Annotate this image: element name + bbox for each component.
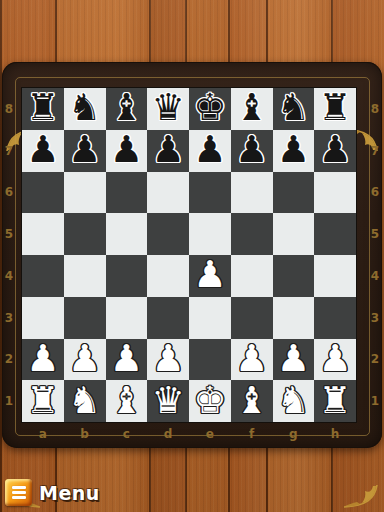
piece-white-pawn[interactable]: ♟: [277, 340, 310, 377]
square-f4[interactable]: [231, 255, 273, 297]
piece-white-king[interactable]: ♚: [193, 382, 226, 419]
piece-white-knight[interactable]: ♞: [68, 382, 101, 419]
square-e5[interactable]: [189, 213, 231, 255]
rank-label-left-2: 2: [1, 339, 17, 381]
piece-white-pawn[interactable]: ♟: [235, 340, 268, 377]
piece-black-pawn[interactable]: ♟: [319, 131, 352, 168]
piece-white-bishop[interactable]: ♝: [110, 382, 143, 419]
rank-labels-right: 87654321: [367, 88, 383, 422]
piece-black-pawn[interactable]: ♟: [110, 131, 143, 168]
rank-label-left-4: 4: [1, 255, 17, 297]
square-e8[interactable]: ♚: [189, 88, 231, 130]
hamburger-menu-icon[interactable]: [5, 479, 32, 506]
file-label-c: c: [106, 426, 148, 442]
square-b3[interactable]: [64, 297, 106, 339]
square-a5[interactable]: [22, 213, 64, 255]
square-d5[interactable]: [147, 213, 189, 255]
square-e7[interactable]: ♟: [189, 130, 231, 172]
square-c3[interactable]: [106, 297, 148, 339]
rank-label-right-7: 7: [367, 130, 383, 172]
piece-white-pawn[interactable]: ♟: [26, 340, 59, 377]
piece-black-pawn[interactable]: ♟: [193, 131, 226, 168]
piece-white-rook[interactable]: ♜: [26, 382, 59, 419]
square-f5[interactable]: [231, 213, 273, 255]
square-g2[interactable]: ♟: [273, 339, 315, 381]
square-c4[interactable]: [106, 255, 148, 297]
square-d7[interactable]: ♟: [147, 130, 189, 172]
piece-black-pawn[interactable]: ♟: [152, 131, 185, 168]
square-c6[interactable]: [106, 172, 148, 214]
piece-black-pawn[interactable]: ♟: [235, 131, 268, 168]
rank-label-left-7: 7: [1, 130, 17, 172]
file-labels: abcdefgh: [22, 426, 356, 442]
square-c2[interactable]: ♟: [106, 339, 148, 381]
square-g1[interactable]: ♞: [273, 380, 315, 422]
piece-black-king[interactable]: ♚: [193, 89, 226, 126]
square-h2[interactable]: ♟: [314, 339, 356, 381]
rank-labels-left: 87654321: [1, 88, 17, 422]
square-d6[interactable]: [147, 172, 189, 214]
square-e6[interactable]: [189, 172, 231, 214]
piece-white-pawn[interactable]: ♟: [152, 340, 185, 377]
square-h8[interactable]: ♜: [314, 88, 356, 130]
square-h4[interactable]: [314, 255, 356, 297]
square-d4[interactable]: [147, 255, 189, 297]
rank-label-left-5: 5: [1, 213, 17, 255]
square-c1[interactable]: ♝: [106, 380, 148, 422]
square-a7[interactable]: ♟: [22, 130, 64, 172]
square-f8[interactable]: ♝: [231, 88, 273, 130]
rank-label-left-1: 1: [1, 380, 17, 422]
square-b5[interactable]: [64, 213, 106, 255]
square-e4[interactable]: ♟: [189, 255, 231, 297]
square-d2[interactable]: ♟: [147, 339, 189, 381]
square-c7[interactable]: ♟: [106, 130, 148, 172]
square-b4[interactable]: [64, 255, 106, 297]
square-f3[interactable]: [231, 297, 273, 339]
piece-white-pawn[interactable]: ♟: [319, 340, 352, 377]
file-label-h: h: [314, 426, 356, 442]
square-f6[interactable]: [231, 172, 273, 214]
rank-label-right-4: 4: [367, 255, 383, 297]
square-b7[interactable]: ♟: [64, 130, 106, 172]
square-c5[interactable]: [106, 213, 148, 255]
menu-button[interactable]: Menu: [5, 479, 100, 506]
rank-label-left-8: 8: [1, 88, 17, 130]
square-g3[interactable]: [273, 297, 315, 339]
piece-black-knight[interactable]: ♞: [277, 89, 310, 126]
square-h7[interactable]: ♟: [314, 130, 356, 172]
file-label-e: e: [189, 426, 231, 442]
piece-white-pawn[interactable]: ♟: [110, 340, 143, 377]
square-e1[interactable]: ♚: [189, 380, 231, 422]
rank-label-right-1: 1: [367, 380, 383, 422]
square-a4[interactable]: [22, 255, 64, 297]
rank-label-right-3: 3: [367, 297, 383, 339]
square-a8[interactable]: ♜: [22, 88, 64, 130]
piece-black-pawn[interactable]: ♟: [26, 131, 59, 168]
square-d1[interactable]: ♛: [147, 380, 189, 422]
square-e3[interactable]: [189, 297, 231, 339]
square-g6[interactable]: [273, 172, 315, 214]
file-label-g: g: [273, 426, 315, 442]
square-a6[interactable]: [22, 172, 64, 214]
file-label-d: d: [147, 426, 189, 442]
piece-white-knight[interactable]: ♞: [277, 382, 310, 419]
square-a3[interactable]: [22, 297, 64, 339]
piece-black-pawn[interactable]: ♟: [68, 131, 101, 168]
square-d3[interactable]: [147, 297, 189, 339]
square-f7[interactable]: ♟: [231, 130, 273, 172]
piece-black-bishop[interactable]: ♝: [235, 89, 268, 126]
square-b8[interactable]: ♞: [64, 88, 106, 130]
menu-button-label: Menu: [39, 482, 100, 504]
piece-black-rook[interactable]: ♜: [319, 89, 352, 126]
square-h5[interactable]: [314, 213, 356, 255]
square-a2[interactable]: ♟: [22, 339, 64, 381]
square-g4[interactable]: [273, 255, 315, 297]
rank-label-right-5: 5: [367, 213, 383, 255]
corner-flourish-icon: [342, 483, 378, 509]
square-g7[interactable]: ♟: [273, 130, 315, 172]
file-label-b: b: [64, 426, 106, 442]
piece-black-knight[interactable]: ♞: [68, 89, 101, 126]
piece-black-bishop[interactable]: ♝: [110, 89, 143, 126]
rank-label-left-6: 6: [1, 172, 17, 214]
rank-label-left-3: 3: [1, 297, 17, 339]
square-a1[interactable]: ♜: [22, 380, 64, 422]
file-label-a: a: [22, 426, 64, 442]
square-d8[interactable]: ♛: [147, 88, 189, 130]
piece-white-pawn[interactable]: ♟: [68, 340, 101, 377]
square-h3[interactable]: [314, 297, 356, 339]
square-c8[interactable]: ♝: [106, 88, 148, 130]
piece-black-rook[interactable]: ♜: [26, 89, 59, 126]
piece-white-queen[interactable]: ♛: [152, 382, 185, 419]
square-b1[interactable]: ♞: [64, 380, 106, 422]
rank-label-right-8: 8: [367, 88, 383, 130]
square-h1[interactable]: ♜: [314, 380, 356, 422]
square-b6[interactable]: [64, 172, 106, 214]
piece-black-queen[interactable]: ♛: [152, 89, 185, 126]
square-b2[interactable]: ♟: [64, 339, 106, 381]
piece-white-bishop[interactable]: ♝: [235, 382, 268, 419]
rank-label-right-2: 2: [367, 339, 383, 381]
square-f1[interactable]: ♝: [231, 380, 273, 422]
piece-black-pawn[interactable]: ♟: [277, 131, 310, 168]
square-h6[interactable]: [314, 172, 356, 214]
file-label-f: f: [231, 426, 273, 442]
square-g8[interactable]: ♞: [273, 88, 315, 130]
piece-white-pawn[interactable]: ♟: [193, 256, 226, 293]
chess-board: ♜♞♝♛♚♝♞♜♟♟♟♟♟♟♟♟♟♟♟♟♟♟♟♟♜♞♝♛♚♝♞♜: [22, 88, 356, 422]
rank-label-right-6: 6: [367, 172, 383, 214]
square-g5[interactable]: [273, 213, 315, 255]
app-screen: 87654321 87654321 abcdefgh ♜♞♝♛♚♝♞♜♟♟♟♟♟…: [0, 0, 384, 512]
square-f2[interactable]: ♟: [231, 339, 273, 381]
square-e2[interactable]: [189, 339, 231, 381]
piece-white-rook[interactable]: ♜: [319, 382, 352, 419]
